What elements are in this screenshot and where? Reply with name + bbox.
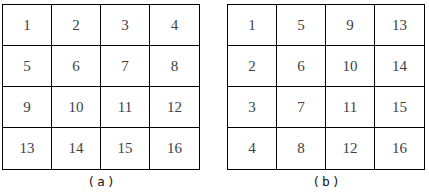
grid-a-cell-r4c3: 15	[101, 128, 150, 169]
grid-b-cell-r4c3: 12	[326, 128, 375, 169]
figure-b: 15913261014371115481216 (b)	[227, 4, 427, 189]
grid-a-cell-r2c2: 6	[52, 46, 101, 87]
grid-a-cell-r3c1: 9	[3, 87, 52, 128]
grid-a-cell-r1c3: 3	[101, 5, 150, 46]
grid-b-cell-r2c2: 6	[277, 46, 326, 87]
grid-b-cell-r4c1: 4	[228, 128, 277, 169]
grid-a-board: 12345678910111213141516	[2, 4, 200, 170]
grid-b-cell-r1c4: 13	[375, 5, 424, 46]
grid-a-cell-r3c3: 11	[101, 87, 150, 128]
grid-b-cell-r3c2: 7	[277, 87, 326, 128]
grid-b-cell-r3c3: 11	[326, 87, 375, 128]
grid-a-caption: (a)	[2, 174, 202, 189]
grid-a-cell-r2c1: 5	[3, 46, 52, 87]
grid-b-cell-r2c3: 10	[326, 46, 375, 87]
grid-a-cell-r1c1: 1	[3, 5, 52, 46]
grid-b-board: 15913261014371115481216	[227, 4, 425, 170]
figure-a: 12345678910111213141516 (a)	[2, 4, 202, 189]
grid-b-cell-r2c1: 2	[228, 46, 277, 87]
grid-b-cell-r4c2: 8	[277, 128, 326, 169]
grid-b-cell-r2c4: 14	[375, 46, 424, 87]
grid-a-cell-r4c1: 13	[3, 128, 52, 169]
grid-b-cell-r1c2: 5	[277, 5, 326, 46]
grid-a-cell-r4c4: 16	[150, 128, 199, 169]
grid-b-cell-r4c4: 16	[375, 128, 424, 169]
grid-b-caption: (b)	[227, 174, 427, 189]
grid-a-cell-r3c4: 12	[150, 87, 199, 128]
grid-a-cell-r3c2: 10	[52, 87, 101, 128]
grid-a-cell-r4c2: 14	[52, 128, 101, 169]
grid-a-cell-r2c4: 8	[150, 46, 199, 87]
grid-a-cell-r1c4: 4	[150, 5, 199, 46]
grid-b-cell-r1c3: 9	[326, 5, 375, 46]
grid-a-cell-r2c3: 7	[101, 46, 150, 87]
grid-b-cell-r3c1: 3	[228, 87, 277, 128]
grid-b-cell-r3c4: 15	[375, 87, 424, 128]
grid-a-cell-r1c2: 2	[52, 5, 101, 46]
grid-b-cell-r1c1: 1	[228, 5, 277, 46]
